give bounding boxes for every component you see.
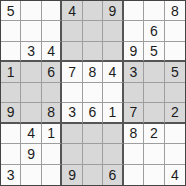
cell-r7c7[interactable]: 8 [124, 124, 144, 144]
cell-r5c4[interactable] [62, 83, 82, 103]
cell-r3c6[interactable] [103, 42, 123, 62]
cell-r6c5[interactable]: 6 [83, 103, 103, 123]
cell-r3c9[interactable] [165, 42, 185, 62]
cell-r4c6[interactable]: 4 [103, 62, 123, 82]
cell-r4c3[interactable]: 6 [42, 62, 62, 82]
cell-r8c4[interactable] [62, 144, 82, 164]
cell-r2c8[interactable]: 6 [144, 21, 164, 41]
cell-r8c2[interactable]: 9 [21, 144, 41, 164]
cell-r8c9[interactable] [165, 144, 185, 164]
cell-r6c4[interactable]: 3 [62, 103, 82, 123]
cell-r9c2[interactable] [21, 165, 41, 185]
cell-r6c3[interactable]: 8 [42, 103, 62, 123]
cell-r6c9[interactable]: 2 [165, 103, 185, 123]
cell-r8c8[interactable] [144, 144, 164, 164]
cell-r9c4[interactable]: 9 [62, 165, 82, 185]
cell-r1c4[interactable]: 4 [62, 1, 82, 21]
cell-r1c3[interactable] [42, 1, 62, 21]
cell-r6c7[interactable]: 7 [124, 103, 144, 123]
cell-r2c4[interactable] [62, 21, 82, 41]
cell-r5c8[interactable] [144, 83, 164, 103]
cell-r8c7[interactable] [124, 144, 144, 164]
cell-r1c1[interactable]: 5 [1, 1, 21, 21]
cell-r6c8[interactable] [144, 103, 164, 123]
cell-r7c1[interactable] [1, 124, 21, 144]
cell-r2c3[interactable] [42, 21, 62, 41]
cell-r2c6[interactable] [103, 21, 123, 41]
cell-r4c9[interactable]: 5 [165, 62, 185, 82]
cell-r1c6[interactable]: 9 [103, 1, 123, 21]
cell-r8c5[interactable] [83, 144, 103, 164]
cell-r8c6[interactable] [103, 144, 123, 164]
cell-r5c5[interactable] [83, 83, 103, 103]
cell-r2c7[interactable] [124, 21, 144, 41]
cell-r4c2[interactable] [21, 62, 41, 82]
sudoku-board: 54986349516784359836172418293964 [0, 0, 186, 186]
cell-r5c3[interactable] [42, 83, 62, 103]
cell-r2c5[interactable] [83, 21, 103, 41]
cell-r5c9[interactable] [165, 83, 185, 103]
cell-r7c9[interactable] [165, 124, 185, 144]
cell-r7c2[interactable]: 4 [21, 124, 41, 144]
cell-r7c5[interactable] [83, 124, 103, 144]
cell-r4c5[interactable]: 8 [83, 62, 103, 82]
cell-r5c7[interactable] [124, 83, 144, 103]
cell-r3c5[interactable] [83, 42, 103, 62]
cell-r2c2[interactable] [21, 21, 41, 41]
cell-r3c2[interactable]: 3 [21, 42, 41, 62]
cell-r8c1[interactable] [1, 144, 21, 164]
cell-r7c3[interactable]: 1 [42, 124, 62, 144]
cell-r1c5[interactable] [83, 1, 103, 21]
cell-r4c1[interactable]: 1 [1, 62, 21, 82]
cell-r1c9[interactable]: 8 [165, 1, 185, 21]
cell-r6c6[interactable]: 1 [103, 103, 123, 123]
cell-r9c6[interactable]: 6 [103, 165, 123, 185]
cell-r1c7[interactable] [124, 1, 144, 21]
cell-r4c8[interactable] [144, 62, 164, 82]
cell-r2c1[interactable] [1, 21, 21, 41]
cell-r5c2[interactable] [21, 83, 41, 103]
cell-r4c7[interactable]: 3 [124, 62, 144, 82]
cell-r6c1[interactable]: 9 [1, 103, 21, 123]
cell-r9c8[interactable] [144, 165, 164, 185]
cell-r9c7[interactable] [124, 165, 144, 185]
cell-r1c8[interactable] [144, 1, 164, 21]
cell-r8c3[interactable] [42, 144, 62, 164]
cell-r7c8[interactable]: 2 [144, 124, 164, 144]
cell-r4c4[interactable]: 7 [62, 62, 82, 82]
cell-r2c9[interactable] [165, 21, 185, 41]
cell-r3c3[interactable]: 4 [42, 42, 62, 62]
cell-r9c5[interactable] [83, 165, 103, 185]
cell-r3c4[interactable] [62, 42, 82, 62]
cell-r7c6[interactable] [103, 124, 123, 144]
cell-r9c9[interactable]: 4 [165, 165, 185, 185]
cell-r6c2[interactable] [21, 103, 41, 123]
cell-r3c1[interactable] [1, 42, 21, 62]
cell-r3c7[interactable]: 9 [124, 42, 144, 62]
cell-r3c8[interactable]: 5 [144, 42, 164, 62]
cell-r9c1[interactable]: 3 [1, 165, 21, 185]
cell-r5c1[interactable] [1, 83, 21, 103]
cell-r5c6[interactable] [103, 83, 123, 103]
cell-r9c3[interactable] [42, 165, 62, 185]
cell-r7c4[interactable] [62, 124, 82, 144]
cell-r1c2[interactable] [21, 1, 41, 21]
